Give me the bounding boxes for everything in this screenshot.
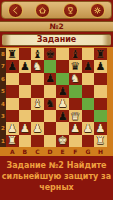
square-b7[interactable]: ♟ <box>19 60 32 72</box>
square-d5[interactable] <box>44 85 57 97</box>
task-banner: Задание <box>2 34 111 46</box>
square-d6[interactable]: ♟ <box>44 73 57 85</box>
white-queen: ♛ <box>70 111 80 122</box>
file-label-h: H <box>94 147 107 156</box>
square-e4[interactable]: ♟ <box>56 98 69 110</box>
white-knight: ♞ <box>33 61 43 72</box>
square-d3[interactable] <box>44 110 57 122</box>
square-g7[interactable]: ♟ <box>82 60 95 72</box>
square-f2[interactable]: ♟ <box>69 122 82 134</box>
file-labels: ABCDEFGH <box>6 147 113 156</box>
white-bishop: ♝ <box>33 98 43 109</box>
square-d2[interactable] <box>44 122 57 134</box>
white-pawn: ♟ <box>7 123 17 134</box>
square-h7[interactable]: ♟ <box>94 60 107 72</box>
black-pawn: ♟ <box>20 61 30 72</box>
square-g5[interactable] <box>82 85 95 97</box>
square-d8[interactable]: ♚ <box>44 48 57 60</box>
trophy-icon <box>66 6 75 15</box>
task-description: Задание №2 Найдите сильнейшую защиту за … <box>0 160 113 193</box>
file-label-f: F <box>69 147 82 156</box>
square-c2[interactable]: ♟ <box>31 122 44 134</box>
square-c5[interactable] <box>31 85 44 97</box>
square-d4[interactable]: ♞ <box>44 98 57 110</box>
square-c6[interactable] <box>31 73 44 85</box>
square-c4[interactable]: ♝ <box>31 98 44 110</box>
square-f3[interactable]: ♛ <box>69 110 82 122</box>
black-pawn: ♟ <box>7 61 17 72</box>
square-f8[interactable]: ♝ <box>69 48 82 60</box>
square-h1[interactable]: ♜ <box>94 135 107 147</box>
white-pawn: ♟ <box>33 123 43 134</box>
square-f5[interactable] <box>69 85 82 97</box>
back-arrow-icon <box>11 6 20 15</box>
square-e2[interactable] <box>56 122 69 134</box>
white-pawn: ♟ <box>96 123 106 134</box>
square-e6[interactable] <box>56 73 69 85</box>
square-h6[interactable] <box>94 73 107 85</box>
puzzle-number: №2 <box>0 21 113 32</box>
black-rook: ♜ <box>96 49 106 60</box>
square-b5[interactable] <box>19 85 32 97</box>
back-button[interactable] <box>8 3 23 18</box>
square-h3[interactable] <box>94 110 107 122</box>
square-a2[interactable]: ♟ <box>6 122 19 134</box>
square-e8[interactable] <box>56 48 69 60</box>
square-d7[interactable] <box>44 60 57 72</box>
file-label-e: E <box>56 147 69 156</box>
file-label-c: C <box>31 147 44 156</box>
black-bishop: ♝ <box>33 49 43 60</box>
settings-button[interactable] <box>90 3 105 18</box>
square-h4[interactable] <box>94 98 107 110</box>
white-pawn: ♟ <box>58 98 68 109</box>
square-b3[interactable] <box>19 110 32 122</box>
task-line-2: сильнейшую защиту за <box>0 171 113 182</box>
black-pawn: ♟ <box>45 73 55 84</box>
square-a8[interactable]: ♜ <box>6 48 19 60</box>
square-g3[interactable] <box>82 110 95 122</box>
white-knight: ♞ <box>70 73 80 84</box>
white-pawn: ♟ <box>70 123 80 134</box>
toolbar <box>1 1 112 19</box>
black-pawn: ♟ <box>96 61 106 72</box>
black-bishop: ♝ <box>70 49 80 60</box>
chess-board: ♜♝♚♝♜♟♟♞♛♟♟♟♞♟♝♞♟♟♛♟♟♟♟♟♟♜♚♜ <box>6 48 107 147</box>
square-f7[interactable]: ♛ <box>69 60 82 72</box>
square-f1[interactable] <box>69 135 82 147</box>
square-e3[interactable]: ♟ <box>56 110 69 122</box>
square-b8[interactable] <box>19 48 32 60</box>
chess-board-frame: 87654321 ♜♝♚♝♜♟♟♞♛♟♟♟♞♟♝♞♟♟♛♟♟♟♟♟♟♜♚♜ AB… <box>0 47 113 156</box>
square-e5[interactable]: ♟ <box>56 85 69 97</box>
square-a4[interactable] <box>6 98 19 110</box>
home-button[interactable] <box>35 3 50 18</box>
square-h5[interactable] <box>94 85 107 97</box>
square-f6[interactable]: ♞ <box>69 73 82 85</box>
home-icon <box>38 6 47 15</box>
white-rook: ♜ <box>7 135 17 146</box>
square-g2[interactable]: ♟ <box>82 122 95 134</box>
white-rook: ♜ <box>96 135 106 146</box>
white-pawn: ♟ <box>20 123 30 134</box>
square-b4[interactable] <box>19 98 32 110</box>
black-rook: ♜ <box>7 49 17 60</box>
file-label-g: G <box>82 147 95 156</box>
black-king: ♚ <box>45 49 55 60</box>
square-h2[interactable]: ♟ <box>94 122 107 134</box>
trophy-button[interactable] <box>63 3 78 18</box>
square-b6[interactable] <box>19 73 32 85</box>
square-b2[interactable]: ♟ <box>19 122 32 134</box>
square-a5[interactable] <box>6 85 19 97</box>
square-g6[interactable] <box>82 73 95 85</box>
file-label-d: D <box>44 147 57 156</box>
black-pawn: ♟ <box>58 86 68 97</box>
square-g8[interactable] <box>82 48 95 60</box>
square-g4[interactable] <box>82 98 95 110</box>
square-d1[interactable] <box>44 135 57 147</box>
square-c1[interactable] <box>31 135 44 147</box>
square-a1[interactable]: ♜ <box>6 135 19 147</box>
chess-puzzle-app: №2 Задание 87654321 ♜♝♚♝♜♟♟♞♛♟♟♟♞♟♝♞♟♟♛♟… <box>0 0 113 200</box>
square-e1[interactable]: ♚ <box>56 135 69 147</box>
square-g1[interactable] <box>82 135 95 147</box>
square-c8[interactable]: ♝ <box>31 48 44 60</box>
file-label-b: B <box>19 147 32 156</box>
square-e7[interactable] <box>56 60 69 72</box>
square-a7[interactable]: ♟ <box>6 60 19 72</box>
square-a3[interactable] <box>6 110 19 122</box>
square-f4[interactable] <box>69 98 82 110</box>
square-c7[interactable]: ♞ <box>31 60 44 72</box>
file-label-a: A <box>6 147 19 156</box>
black-pawn: ♟ <box>83 61 93 72</box>
white-pawn: ♟ <box>83 123 93 134</box>
square-c3[interactable] <box>31 110 44 122</box>
task-line-1: Задание №2 Найдите <box>0 160 113 171</box>
square-b1[interactable] <box>19 135 32 147</box>
black-knight: ♞ <box>45 98 55 109</box>
square-a6[interactable] <box>6 73 19 85</box>
task-line-3: черных <box>0 182 113 193</box>
black-queen: ♛ <box>70 61 80 72</box>
black-pawn: ♟ <box>58 111 68 122</box>
white-king: ♚ <box>58 135 68 146</box>
gear-icon <box>93 6 102 15</box>
square-h8[interactable]: ♜ <box>94 48 107 60</box>
